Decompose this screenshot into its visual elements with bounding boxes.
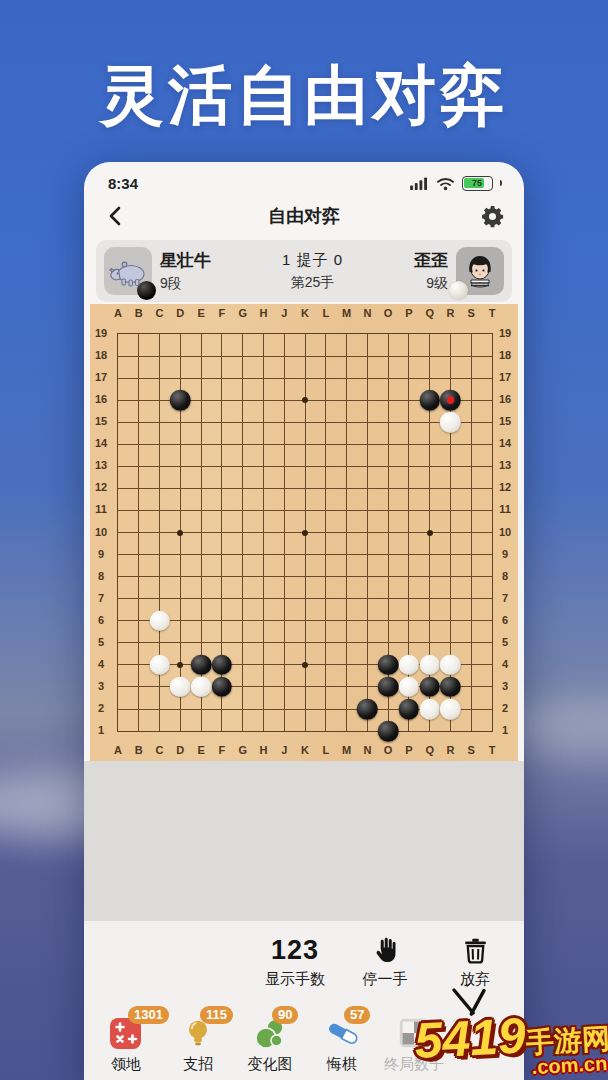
board-coordinate-label: M bbox=[338, 307, 356, 319]
board-coordinate-label: 19 bbox=[496, 327, 514, 339]
phone-frame: 8:34 75 自由对弈 bbox=[84, 162, 524, 1080]
stone-black-N2 bbox=[357, 699, 378, 720]
tool-label: 显示手数 bbox=[265, 970, 325, 989]
status-bar: 8:34 75 bbox=[84, 162, 524, 194]
stone-black-E4 bbox=[191, 655, 212, 676]
capsule-icon: 57 bbox=[324, 1015, 360, 1051]
board-coordinate-label: 15 bbox=[92, 415, 110, 427]
stone-black-D16 bbox=[170, 390, 191, 411]
stone-black-R16 bbox=[440, 390, 461, 411]
board-coordinate-label: E bbox=[192, 307, 210, 319]
board-coordinate-label: G bbox=[234, 744, 252, 756]
board-coordinate-label: C bbox=[151, 744, 169, 756]
signal-icon bbox=[410, 175, 430, 191]
board-coordinate-label: 19 bbox=[92, 327, 110, 339]
white-stone-badge bbox=[449, 281, 468, 300]
page-title: 自由对弈 bbox=[268, 204, 340, 228]
board-coordinate-label: M bbox=[338, 744, 356, 756]
board-coordinate-label: 13 bbox=[92, 459, 110, 471]
board-grid-line bbox=[118, 598, 492, 599]
board-coordinate-label: O bbox=[379, 307, 397, 319]
tool-显示手数[interactable]: 123显示手数 bbox=[262, 933, 328, 989]
board-coordinate-label: 7 bbox=[496, 592, 514, 604]
board-coordinate-label: H bbox=[254, 307, 272, 319]
board-coordinate-label: R bbox=[441, 744, 459, 756]
black-player-name: 星壮牛 bbox=[160, 249, 211, 272]
board-coordinate-label: 4 bbox=[92, 658, 110, 670]
lightbulb-icon: 115 bbox=[180, 1015, 216, 1051]
battery-nub bbox=[500, 180, 503, 186]
board-coordinate-label: 9 bbox=[92, 548, 110, 560]
board-coordinate-label: 1 bbox=[92, 724, 110, 736]
board-coordinate-label: K bbox=[296, 744, 314, 756]
back-button[interactable] bbox=[102, 202, 130, 230]
stone-white-P3 bbox=[399, 677, 420, 698]
board-coordinate-label: L bbox=[317, 744, 335, 756]
board-coordinate-label: P bbox=[400, 307, 418, 319]
star-point bbox=[302, 397, 308, 403]
board-coordinate-label: P bbox=[400, 744, 418, 756]
board-coordinate-label: S bbox=[462, 744, 480, 756]
board-coordinate-label: R bbox=[441, 307, 459, 319]
black-player-rank: 9段 bbox=[160, 275, 211, 293]
board-grid-line bbox=[118, 554, 492, 555]
captures-count: 1 提子 0 bbox=[282, 251, 343, 270]
board-coordinate-label: 7 bbox=[92, 592, 110, 604]
action-悔棋[interactable]: 57悔棋 bbox=[310, 1007, 374, 1080]
board-coordinate-label: 14 bbox=[496, 437, 514, 449]
board-coordinate-label: 2 bbox=[496, 702, 514, 714]
stone-white-R2 bbox=[440, 699, 461, 720]
stone-white-R15 bbox=[440, 412, 461, 433]
count-badge: 57 bbox=[344, 1006, 370, 1024]
stone-black-F4 bbox=[212, 655, 233, 676]
stone-black-Q16 bbox=[419, 390, 440, 411]
board-coordinate-label: 4 bbox=[496, 658, 514, 670]
board-coordinate-label: N bbox=[358, 744, 376, 756]
board-coordinate-label: T bbox=[483, 307, 501, 319]
go-board[interactable]: AABBCCDDEEFFGGHHJJKKLLMMNNOOPPQQRRSSTT19… bbox=[90, 304, 518, 761]
stone-white-E3 bbox=[191, 677, 212, 698]
board-coordinate-label: J bbox=[275, 744, 293, 756]
board-coordinate-label: T bbox=[483, 744, 501, 756]
last-move-marker bbox=[447, 396, 455, 404]
board-coordinate-label: B bbox=[130, 744, 148, 756]
board-coordinate-label: 5 bbox=[92, 636, 110, 648]
stone-white-C4 bbox=[149, 655, 170, 676]
board-coordinate-label: A bbox=[109, 307, 127, 319]
battery-percent: 75 bbox=[463, 178, 492, 188]
stone-black-Q3 bbox=[419, 677, 440, 698]
board-coordinate-label: F bbox=[213, 307, 231, 319]
board-coordinate-label: 3 bbox=[496, 680, 514, 692]
board-coordinate-label: 2 bbox=[92, 702, 110, 714]
site-watermark: 5419 手游网 .com.cn bbox=[413, 1008, 608, 1080]
board-coordinate-label: 16 bbox=[496, 393, 514, 405]
action-领地[interactable]: 1301领地 bbox=[94, 1007, 158, 1080]
player-info-bar: 星壮牛 9段 1 提子 0 第25手 歪歪 9级 bbox=[96, 240, 512, 302]
action-label: 变化图 bbox=[248, 1055, 293, 1074]
board-coordinate-label: C bbox=[151, 307, 169, 319]
board-coordinate-label: 3 bbox=[92, 680, 110, 692]
tool-label: 停一手 bbox=[363, 970, 408, 989]
board-coordinate-label: 8 bbox=[92, 570, 110, 582]
board-grid-line bbox=[118, 576, 492, 577]
stone-black-R3 bbox=[440, 677, 461, 698]
stone-white-C6 bbox=[149, 611, 170, 632]
black-player-avatar[interactable] bbox=[104, 247, 152, 295]
board-coordinate-label: 15 bbox=[496, 415, 514, 427]
board-coordinate-label: 9 bbox=[496, 548, 514, 560]
wifi-icon bbox=[436, 175, 456, 191]
board-coordinate-label: 8 bbox=[496, 570, 514, 582]
board-coordinate-label: 13 bbox=[496, 459, 514, 471]
stone-white-P4 bbox=[399, 655, 420, 676]
calculator-icon: 1301 bbox=[108, 1015, 144, 1051]
board-coordinate-label: A bbox=[109, 744, 127, 756]
board-coordinate-label: Q bbox=[421, 307, 439, 319]
count-badge: 90 bbox=[272, 1006, 298, 1024]
board-grid-line bbox=[346, 334, 347, 731]
board-coordinate-label: D bbox=[171, 307, 189, 319]
tool-放弃[interactable]: 放弃 bbox=[442, 933, 508, 989]
move-numbers-text: 123 bbox=[271, 935, 319, 965]
board-coordinate-label: 6 bbox=[496, 614, 514, 626]
hand-icon bbox=[370, 933, 400, 965]
board-coordinate-label: 12 bbox=[496, 481, 514, 493]
move-number: 第25手 bbox=[291, 274, 335, 292]
move-numbers-icon: 123 bbox=[271, 933, 319, 965]
variation-icon: 90 bbox=[252, 1015, 288, 1051]
board-coordinate-label: 18 bbox=[496, 349, 514, 361]
board-grid-line bbox=[118, 620, 492, 621]
action-支招[interactable]: 115支招 bbox=[166, 1007, 230, 1080]
star-point bbox=[177, 662, 183, 668]
nav-bar: 自由对弈 bbox=[84, 194, 524, 238]
settings-gear-button[interactable] bbox=[478, 202, 506, 230]
board-coordinate-label: 16 bbox=[92, 393, 110, 405]
board-coordinate-label: N bbox=[358, 307, 376, 319]
board-coordinate-label: F bbox=[213, 744, 231, 756]
action-变化图[interactable]: 90变化图 bbox=[238, 1007, 302, 1080]
stone-black-P2 bbox=[399, 699, 420, 720]
board-coordinate-label: J bbox=[275, 307, 293, 319]
board-grid-line bbox=[367, 334, 368, 731]
board-coordinate-label: L bbox=[317, 307, 335, 319]
stone-black-F3 bbox=[212, 677, 233, 698]
stone-black-O3 bbox=[378, 677, 399, 698]
action-label: 支招 bbox=[183, 1055, 213, 1074]
stone-white-R4 bbox=[440, 655, 461, 676]
board-coordinate-label: 10 bbox=[92, 526, 110, 538]
board-coordinate-label: D bbox=[171, 744, 189, 756]
stone-black-O1 bbox=[378, 721, 399, 742]
board-coordinate-label: S bbox=[462, 307, 480, 319]
star-point bbox=[302, 530, 308, 536]
board-coordinate-label: E bbox=[192, 744, 210, 756]
board-coordinate-label: 11 bbox=[496, 503, 514, 515]
board-coordinate-label: K bbox=[296, 307, 314, 319]
stone-white-Q2 bbox=[419, 699, 440, 720]
board-coordinate-label: 11 bbox=[92, 503, 110, 515]
stone-black-O4 bbox=[378, 655, 399, 676]
board-coordinate-label: G bbox=[234, 307, 252, 319]
board-coordinate-label: 18 bbox=[92, 349, 110, 361]
tool-停一手[interactable]: 停一手 bbox=[352, 933, 418, 989]
board-coordinate-label: 5 bbox=[496, 636, 514, 648]
white-player-rank: 9级 bbox=[426, 275, 448, 293]
white-player-avatar[interactable] bbox=[456, 247, 504, 295]
board-coordinate-label: 17 bbox=[496, 371, 514, 383]
watermark-antenna-icon bbox=[450, 986, 492, 1026]
battery-icon: 75 bbox=[462, 176, 493, 191]
board-coordinate-label: 10 bbox=[496, 526, 514, 538]
board-coordinate-label: 14 bbox=[92, 437, 110, 449]
star-point bbox=[427, 530, 433, 536]
board-coordinate-label: 1 bbox=[496, 724, 514, 736]
board-coordinate-label: 12 bbox=[92, 481, 110, 493]
board-coordinate-label: 6 bbox=[92, 614, 110, 626]
stone-white-D3 bbox=[170, 677, 191, 698]
board-coordinate-label: Q bbox=[421, 744, 439, 756]
star-point bbox=[302, 662, 308, 668]
board-lower-panel bbox=[84, 761, 524, 921]
action-label: 领地 bbox=[111, 1055, 141, 1074]
board-grid-line bbox=[118, 642, 492, 643]
board-coordinate-label: O bbox=[379, 744, 397, 756]
star-point bbox=[177, 530, 183, 536]
hero-title: 灵活自由对弈 bbox=[0, 52, 608, 139]
action-label: 悔棋 bbox=[327, 1055, 357, 1074]
black-stone-badge bbox=[137, 281, 156, 300]
status-time: 8:34 bbox=[108, 175, 138, 192]
trash-icon bbox=[461, 933, 490, 965]
count-badge: 115 bbox=[200, 1006, 233, 1024]
board-grid-line bbox=[471, 334, 472, 731]
board-grid-line bbox=[325, 334, 326, 731]
stone-white-Q4 bbox=[419, 655, 440, 676]
white-player-name: 歪歪 bbox=[414, 249, 448, 272]
board-coordinate-label: 17 bbox=[92, 371, 110, 383]
count-badge: 1301 bbox=[128, 1006, 169, 1024]
board-coordinate-label: H bbox=[254, 744, 272, 756]
board-coordinate-label: B bbox=[130, 307, 148, 319]
